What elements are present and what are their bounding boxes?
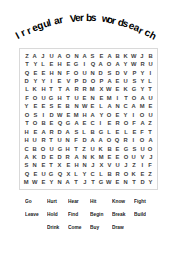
grid-cell[interactable]: O	[138, 136, 146, 144]
grid-cell[interactable]: X	[97, 161, 105, 169]
grid-cell[interactable]: W	[130, 52, 138, 60]
grid-cell[interactable]: T	[64, 94, 72, 102]
grid-letter: Y	[140, 78, 144, 84]
grid-cell[interactable]: E	[47, 119, 55, 127]
grid-cell[interactable]: O	[105, 111, 113, 119]
grid-cell[interactable]: E	[56, 77, 64, 85]
grid-cell[interactable]: I	[39, 111, 47, 119]
grid-cell[interactable]: R	[138, 60, 146, 68]
grid-cell[interactable]: X	[56, 161, 64, 169]
grid-cell[interactable]: E	[138, 170, 146, 178]
grid-letter: I	[84, 61, 86, 67]
grid-letter: H	[58, 61, 62, 67]
grid-cell[interactable]: D	[23, 77, 31, 85]
grid-cell[interactable]: D	[97, 68, 105, 76]
grid-cell[interactable]: E	[97, 94, 105, 102]
grid-cell[interactable]: E	[80, 94, 88, 102]
grid-letter: F	[74, 137, 78, 143]
grid-cell[interactable]: W	[80, 102, 88, 110]
grid-cell[interactable]: J	[39, 52, 47, 60]
grid-cell[interactable]: C	[23, 144, 31, 152]
grid-cell[interactable]: U	[113, 161, 121, 169]
grid-cell[interactable]: E	[64, 161, 72, 169]
grid-cell[interactable]: B	[31, 144, 39, 152]
grid-cell[interactable]: B	[105, 170, 113, 178]
grid-cell[interactable]: O	[31, 119, 39, 127]
grid-letter: N	[82, 154, 86, 160]
grid-cell[interactable]: Y	[146, 178, 154, 186]
grid-cell[interactable]: K	[89, 153, 97, 161]
grid-cell[interactable]: A	[105, 102, 113, 110]
grid-cell[interactable]: N	[56, 178, 64, 186]
grid-cell[interactable]: P	[130, 68, 138, 76]
grid-cell[interactable]: W	[105, 85, 113, 93]
grid-letter: J	[124, 163, 127, 169]
grid-letter: G	[49, 171, 54, 177]
grid-cell[interactable]: Y	[122, 111, 130, 119]
grid-cell[interactable]: A	[72, 153, 80, 161]
grid-cell[interactable]: A	[89, 111, 97, 119]
grid-cell[interactable]: K	[122, 52, 130, 60]
grid-cell[interactable]: T	[130, 178, 138, 186]
grid-cell[interactable]: F	[138, 127, 146, 135]
grid-cell[interactable]: C	[89, 119, 97, 127]
grid-cell[interactable]: T	[47, 85, 55, 93]
grid-cell[interactable]: D	[56, 153, 64, 161]
grid-cell[interactable]: K	[130, 170, 138, 178]
grid-cell[interactable]: X	[97, 85, 105, 93]
grid-cell[interactable]: E	[39, 178, 47, 186]
grid-cell[interactable]: U	[39, 94, 47, 102]
grid-cell[interactable]: E	[39, 68, 47, 76]
word-bank-item: Know	[112, 198, 125, 204]
grid-cell[interactable]: L	[146, 77, 154, 85]
grid-cell[interactable]: C	[122, 102, 130, 110]
grid-letter: I	[133, 112, 135, 118]
grid-cell[interactable]: A	[113, 60, 121, 68]
grid-cell[interactable]: N	[64, 136, 72, 144]
grid-cell[interactable]: W	[105, 178, 113, 186]
grid-cell[interactable]: H	[23, 127, 31, 135]
grid-cell[interactable]: M	[105, 94, 113, 102]
grid-cell[interactable]: A	[64, 178, 72, 186]
wordsearch-grid: ZAJUAONASEABKWJBTYLEHEGIQAOAYWRUQEEHNFOU…	[23, 52, 155, 187]
grid-cell[interactable]: L	[39, 60, 47, 68]
grid-cell[interactable]: E	[39, 102, 47, 110]
grid-cell[interactable]: I	[130, 136, 138, 144]
grid-cell[interactable]: N	[31, 161, 39, 169]
grid-cell[interactable]: Z	[146, 119, 154, 127]
grid-cell[interactable]: K	[31, 85, 39, 93]
grid-cell[interactable]: R	[113, 170, 121, 178]
grid-cell[interactable]: V	[122, 68, 130, 76]
grid-cell[interactable]: J	[89, 161, 97, 169]
grid-cell[interactable]: T	[146, 85, 154, 93]
grid-letter: I	[42, 112, 44, 118]
grid-cell[interactable]: E	[31, 127, 39, 135]
grid-letter: H	[25, 129, 29, 135]
grid-letter: G	[123, 146, 128, 152]
grid-cell[interactable]: Q	[89, 60, 97, 68]
grid-cell[interactable]: Q	[56, 119, 64, 127]
grid-cell[interactable]: A	[72, 119, 80, 127]
grid-letter: A	[99, 61, 103, 67]
grid-cell[interactable]: U	[31, 136, 39, 144]
grid-cell[interactable]: U	[47, 144, 55, 152]
grid-cell[interactable]: U	[89, 144, 97, 152]
grid-cell[interactable]: A	[146, 136, 154, 144]
grid-cell[interactable]: R	[47, 127, 55, 135]
grid-cell[interactable]: H	[56, 60, 64, 68]
grid-cell[interactable]: J	[138, 52, 146, 60]
grid-cell[interactable]: Y	[122, 60, 130, 68]
grid-cell[interactable]: P	[72, 77, 80, 85]
grid-cell[interactable]: E	[113, 153, 121, 161]
grid-cell[interactable]: S	[89, 52, 97, 60]
grid-cell[interactable]: Z	[130, 161, 138, 169]
grid-cell[interactable]: X	[64, 170, 72, 178]
grid-cell[interactable]: C	[89, 170, 97, 178]
grid-letter: C	[25, 146, 29, 152]
grid-cell[interactable]: E	[105, 153, 113, 161]
grid-cell[interactable]: E	[39, 161, 47, 169]
grid-cell[interactable]: R	[64, 153, 72, 161]
grid-cell[interactable]: D	[138, 178, 146, 186]
grid-cell[interactable]: Q	[23, 170, 31, 178]
grid-cell[interactable]: N	[72, 102, 80, 110]
grid-cell[interactable]: H	[47, 68, 55, 76]
grid-cell[interactable]: F	[23, 94, 31, 102]
grid-cell[interactable]: L	[97, 102, 105, 110]
grid-cell[interactable]: D	[80, 136, 88, 144]
grid-cell[interactable]: A	[23, 153, 31, 161]
grid-cell[interactable]: T	[23, 119, 31, 127]
grid-letter: E	[91, 103, 95, 109]
grid-cell[interactable]: E	[113, 77, 121, 85]
grid-cell[interactable]: I	[138, 161, 146, 169]
grid-cell[interactable]: W	[130, 60, 138, 68]
grid-cell[interactable]: A	[89, 136, 97, 144]
grid-cell[interactable]: D	[113, 68, 121, 76]
grid-cell[interactable]: T	[56, 85, 64, 93]
grid-cell[interactable]: R	[122, 136, 130, 144]
grid-cell[interactable]: T	[23, 60, 31, 68]
grid-letter: A	[107, 103, 111, 109]
grid-cell[interactable]: L	[105, 127, 113, 135]
grid-cell[interactable]: H	[72, 161, 80, 169]
grid-cell[interactable]: L	[97, 170, 105, 178]
grid-cell[interactable]: J	[80, 178, 88, 186]
grid-cell[interactable]: I	[146, 68, 154, 76]
grid-cell[interactable]: A	[138, 119, 146, 127]
grid-cell[interactable]: O	[122, 153, 130, 161]
grid-cell[interactable]: G	[97, 127, 105, 135]
grid-cell[interactable]: E	[130, 127, 138, 135]
grid-letter: K	[124, 53, 128, 59]
grid-cell[interactable]: Y	[138, 77, 146, 85]
grid-cell[interactable]: K	[97, 144, 105, 152]
grid-letter: Q	[90, 61, 95, 67]
grid-cell[interactable]: A	[39, 127, 47, 135]
grid-cell[interactable]: Y	[97, 111, 105, 119]
grid-cell[interactable]: E	[113, 111, 121, 119]
grid-cell[interactable]: G	[56, 144, 64, 152]
grid-cell[interactable]: A	[56, 52, 64, 60]
grid-cell[interactable]: D	[39, 153, 47, 161]
grid-cell[interactable]: W	[31, 178, 39, 186]
grid-cell[interactable]: Z	[80, 144, 88, 152]
grid-cell[interactable]: Y	[138, 68, 146, 76]
grid-cell[interactable]: A	[31, 52, 39, 60]
grid-cell[interactable]: E	[113, 85, 121, 93]
grid-cell[interactable]: U	[39, 170, 47, 178]
grid-cell[interactable]: E	[97, 52, 105, 60]
grid-cell[interactable]: S	[23, 161, 31, 169]
grid-cell[interactable]: T	[89, 178, 97, 186]
grid-cell[interactable]: N	[122, 178, 130, 186]
grid-cell[interactable]: H	[23, 136, 31, 144]
grid-letter: L	[124, 129, 128, 135]
grid-cell[interactable]: M	[72, 111, 80, 119]
grid-cell[interactable]: F	[130, 119, 138, 127]
grid-cell[interactable]: G	[122, 144, 130, 152]
grid-cell[interactable]: G	[64, 119, 72, 127]
grid-letter: S	[33, 112, 37, 118]
grid-cell[interactable]: E	[113, 178, 121, 186]
grid-cell[interactable]: N	[80, 161, 88, 169]
grid-cell[interactable]: U	[146, 60, 154, 68]
grid-cell[interactable]: E	[31, 102, 39, 110]
grid-letter: O	[33, 95, 38, 101]
grid-cell[interactable]: A	[64, 127, 72, 135]
grid-cell[interactable]: S	[72, 127, 80, 135]
grid-cell[interactable]: J	[122, 161, 130, 169]
grid-cell[interactable]: D	[80, 77, 88, 85]
grid-cell[interactable]: E	[47, 60, 55, 68]
grid-letter: B	[91, 129, 95, 135]
grid-cell[interactable]: A	[138, 94, 146, 102]
grid-cell[interactable]: G	[47, 94, 55, 102]
grid-cell[interactable]: U	[72, 94, 80, 102]
grid-cell[interactable]: O	[122, 119, 130, 127]
grid-letter: X	[66, 171, 70, 177]
grid-cell[interactable]: M	[89, 85, 97, 93]
grid-cell[interactable]: P	[97, 77, 105, 85]
grid-cell[interactable]: A	[97, 136, 105, 144]
grid-cell[interactable]: O	[72, 68, 80, 76]
grid-letter: E	[115, 154, 119, 160]
grid-cell[interactable]: A	[97, 60, 105, 68]
grid-cell[interactable]: T	[72, 144, 80, 152]
grid-cell[interactable]: M	[138, 102, 146, 110]
grid-cell[interactable]: E	[31, 68, 39, 76]
grid-cell[interactable]: N	[56, 68, 64, 76]
grid-cell[interactable]: K	[31, 153, 39, 161]
grid-cell[interactable]: W	[56, 111, 64, 119]
grid-cell[interactable]: N	[72, 52, 80, 60]
grid-cell[interactable]: O	[31, 94, 39, 102]
grid-cell[interactable]: Z	[23, 52, 31, 60]
grid-cell[interactable]: Q	[113, 136, 121, 144]
grid-letter: A	[132, 103, 136, 109]
grid-letter: R	[115, 120, 119, 126]
grid-cell[interactable]: Y	[80, 170, 88, 178]
grid-cell[interactable]: T	[47, 136, 55, 144]
grid-cell[interactable]: R	[39, 136, 47, 144]
grid-letter: L	[74, 171, 78, 177]
grid-letter: M	[24, 179, 29, 185]
grid-letter: R	[74, 87, 78, 93]
grid-cell[interactable]: N	[80, 153, 88, 161]
grid-cell[interactable]: S	[105, 68, 113, 76]
grid-cell[interactable]: O	[89, 77, 97, 85]
grid-cell[interactable]: U	[56, 136, 64, 144]
grid-cell[interactable]: U	[47, 52, 55, 60]
grid-cell[interactable]: A	[105, 52, 113, 60]
grid-cell[interactable]: L	[122, 127, 130, 135]
grid-cell[interactable]: U	[122, 77, 130, 85]
grid-cell[interactable]: B	[39, 119, 47, 127]
grid-cell[interactable]: U	[80, 68, 88, 76]
grid-cell[interactable]: S	[31, 111, 39, 119]
grid-cell[interactable]: I	[97, 119, 105, 127]
grid-cell[interactable]: S	[47, 102, 55, 110]
grid-cell[interactable]: O	[105, 60, 113, 68]
grid-cell[interactable]: L	[80, 127, 88, 135]
grid-cell[interactable]: N	[89, 68, 97, 76]
grid-cell[interactable]: E	[47, 153, 55, 161]
grid-cell[interactable]: Y	[47, 178, 55, 186]
grid-letter: E	[66, 61, 70, 67]
grid-cell[interactable]: H	[64, 144, 72, 152]
grid-cell[interactable]: E	[113, 127, 121, 135]
grid-cell[interactable]: U	[146, 94, 154, 102]
grid-cell[interactable]: I	[113, 94, 121, 102]
grid-cell[interactable]: I	[80, 60, 88, 68]
grid-cell[interactable]: Y	[31, 77, 39, 85]
grid-cell[interactable]: T	[47, 161, 55, 169]
grid-letter: E	[33, 70, 37, 76]
grid-cell[interactable]: B	[113, 52, 121, 60]
grid-cell[interactable]: T	[146, 127, 154, 135]
grid-cell[interactable]: E	[64, 60, 72, 68]
grid-cell[interactable]: S	[130, 77, 138, 85]
grid-cell[interactable]: S	[130, 144, 138, 152]
grid-cell[interactable]: M	[23, 178, 31, 186]
grid-cell[interactable]: B	[64, 102, 72, 110]
grid-cell[interactable]: D	[47, 111, 55, 119]
grid-cell[interactable]: F	[72, 136, 80, 144]
grid-cell[interactable]: R	[72, 85, 80, 93]
grid-cell[interactable]: Q	[23, 68, 31, 76]
grid-cell[interactable]: A	[64, 85, 72, 93]
grid-cell[interactable]: G	[47, 170, 55, 178]
grid-cell[interactable]: O	[39, 144, 47, 152]
grid-cell[interactable]: I	[130, 111, 138, 119]
grid-cell[interactable]: A	[105, 77, 113, 85]
grid-cell[interactable]: E	[89, 102, 97, 110]
grid-cell[interactable]: N	[113, 102, 121, 110]
grid-cell[interactable]: Y	[39, 77, 47, 85]
grid-cell[interactable]: E	[56, 102, 64, 110]
grid-cell[interactable]: A	[130, 102, 138, 110]
grid-cell[interactable]: B	[146, 52, 154, 60]
grid-cell[interactable]: O	[130, 94, 138, 102]
grid-cell[interactable]: O	[105, 136, 113, 144]
grid-cell[interactable]: E	[31, 170, 39, 178]
grid-cell[interactable]: N	[89, 94, 97, 102]
grid-cell[interactable]: G	[72, 60, 80, 68]
grid-letter: V	[66, 78, 70, 84]
grid-cell[interactable]: J	[146, 153, 154, 161]
grid-cell[interactable]: T	[122, 94, 130, 102]
grid-letter: D	[82, 137, 86, 143]
grid-letter: Z	[149, 171, 153, 177]
grid-letter: Y	[33, 61, 37, 67]
grid-cell[interactable]: O	[122, 170, 130, 178]
grid-cell[interactable]: H	[80, 111, 88, 119]
grid-cell[interactable]: B	[89, 127, 97, 135]
grid-cell[interactable]: F	[64, 68, 72, 76]
grid-cell[interactable]: O	[64, 52, 72, 60]
grid-cell[interactable]: K	[122, 85, 130, 93]
grid-cell[interactable]: V	[105, 161, 113, 169]
grid-letter: N	[124, 179, 128, 185]
grid-cell[interactable]: Y	[138, 85, 146, 93]
grid-cell[interactable]: U	[146, 111, 154, 119]
grid-cell[interactable]: Y	[31, 60, 39, 68]
grid-letter: E	[115, 112, 119, 118]
grid-cell[interactable]: U	[130, 153, 138, 161]
grid-cell[interactable]: F	[146, 161, 154, 169]
grid-cell[interactable]: O	[146, 144, 154, 152]
grid-cell[interactable]: Q	[56, 170, 64, 178]
grid-cell[interactable]: I	[47, 77, 55, 85]
grid-letter: O	[140, 137, 145, 143]
grid-cell[interactable]: O	[23, 111, 31, 119]
grid-cell[interactable]: E	[146, 102, 154, 110]
grid-cell[interactable]: G	[97, 178, 105, 186]
grid-letter: A	[107, 78, 111, 84]
grid-cell[interactable]: B	[105, 144, 113, 152]
grid-cell[interactable]: H	[39, 85, 47, 93]
grid-cell[interactable]: O	[138, 111, 146, 119]
grid-cell[interactable]: Z	[146, 170, 154, 178]
grid-cell[interactable]: R	[80, 85, 88, 93]
grid-cell[interactable]: H	[56, 94, 64, 102]
grid-cell[interactable]: L	[23, 85, 31, 93]
grid-letter: C	[91, 171, 95, 177]
grid-cell[interactable]: E	[80, 119, 88, 127]
grid-cell[interactable]: V	[64, 77, 72, 85]
grid-cell[interactable]: E	[113, 144, 121, 152]
grid-cell[interactable]: Y	[23, 102, 31, 110]
grid-letter: Y	[124, 112, 128, 118]
grid-cell[interactable]: M	[97, 153, 105, 161]
grid-cell[interactable]: R	[113, 119, 121, 127]
grid-cell[interactable]: D	[56, 127, 64, 135]
grid-letter: U	[148, 112, 152, 118]
grid-cell[interactable]: E	[105, 119, 113, 127]
grid-cell[interactable]: L	[72, 170, 80, 178]
grid-cell[interactable]: E	[64, 111, 72, 119]
grid-cell[interactable]: U	[138, 144, 146, 152]
grid-cell[interactable]: G	[130, 85, 138, 93]
grid-letter: T	[124, 95, 128, 101]
grid-cell[interactable]: V	[138, 153, 146, 161]
grid-cell[interactable]: T	[72, 178, 80, 186]
grid-cell[interactable]: A	[80, 52, 88, 60]
